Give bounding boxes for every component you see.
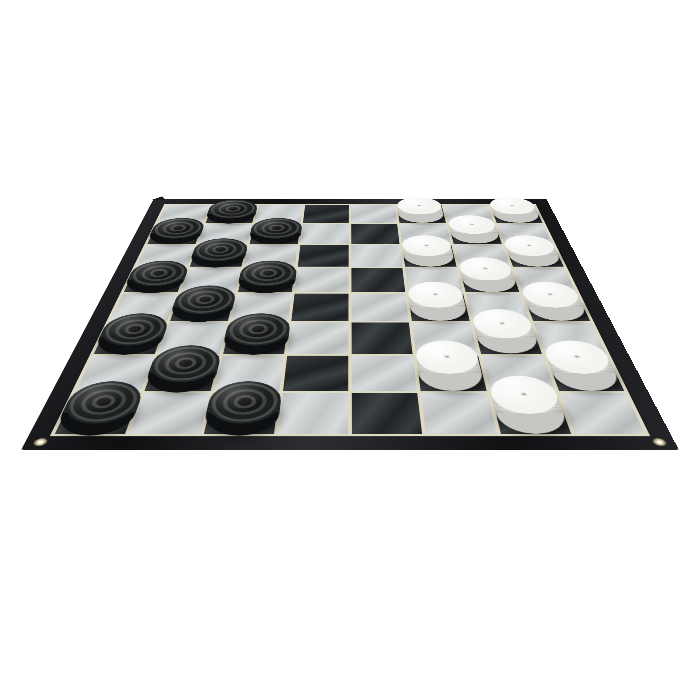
square-r1c6-dark [397,205,445,223]
square-r5c2-dark [170,294,234,321]
square-r3c8-dark [505,245,564,267]
black-checker-piece [145,355,219,390]
square-r4c3-dark [238,268,295,292]
square-r8c6-light [421,393,497,434]
square-r1c5-light [351,205,397,223]
white-checker-piece [523,294,590,321]
white-checker-piece [397,205,445,223]
square-r6c4-light [287,323,348,354]
black-checker-piece [190,245,246,267]
perspective-plane [21,199,679,450]
square-r5c6-dark [409,294,470,321]
square-r3c6-dark [402,245,456,267]
square-r7c4-dark [283,355,349,390]
white-checker-piece [473,323,542,354]
white-checker-piece [416,355,486,390]
square-r7c2-dark [145,355,219,390]
square-r4c4-light [295,268,349,292]
checkers-mat [21,199,679,450]
white-checker-piece [546,355,625,390]
white-checker-piece [448,224,501,244]
white-checker-piece [490,393,571,434]
square-r8c5-dark [352,393,423,434]
product-photo [0,0,700,700]
square-r8c1-dark [55,393,141,434]
square-r2c4-light [300,224,348,244]
square-r1c2-dark [206,205,256,223]
white-checker-piece [409,294,470,321]
square-r2c3-dark [249,224,300,244]
grommet-icon [32,438,49,446]
black-checker-piece [55,393,141,434]
square-r8c4-light [278,393,349,434]
square-r2c1-dark [147,224,203,244]
square-r2c7-dark [448,224,501,244]
square-r3c5-light [351,245,402,267]
square-r7c6-dark [416,355,486,390]
square-r1c4-dark [303,205,349,223]
grommet-icon [651,438,668,446]
black-checker-piece [94,323,167,354]
square-r3c2-dark [190,245,246,267]
black-checker-piece [170,294,234,321]
fabric-corner-flap [151,196,167,200]
square-r5c5-light [351,294,408,321]
black-checker-piece [238,268,295,292]
square-r5c8-dark [523,294,590,321]
square-r8c7-dark [490,393,571,434]
black-checker-piece [249,224,300,244]
square-r4c5-dark [351,268,405,292]
square-r6c7-dark [473,323,542,354]
white-checker-piece [490,205,542,223]
square-r8c3-dark [203,393,279,434]
square-r2c5-dark [351,224,399,244]
checkers-board [50,204,650,436]
square-r5c4-dark [291,294,348,321]
black-checker-piece [203,393,279,434]
square-r4c7-dark [459,268,519,292]
square-r6c3-dark [223,323,288,354]
square-r7c5-light [352,355,418,390]
white-checker-piece [402,245,456,267]
square-r3c4-dark [298,245,349,267]
black-checker-piece [124,268,187,292]
black-checker-piece [223,323,288,354]
square-r6c1-dark [94,323,167,354]
square-r1c8-dark [490,205,542,223]
square-r6c5-dark [352,323,413,354]
square-r4c1-dark [124,268,187,292]
white-checker-piece [459,268,519,292]
square-r7c8-dark [546,355,625,390]
black-checker-piece [206,205,256,223]
black-checker-piece [147,224,203,244]
white-checker-piece [505,245,564,267]
